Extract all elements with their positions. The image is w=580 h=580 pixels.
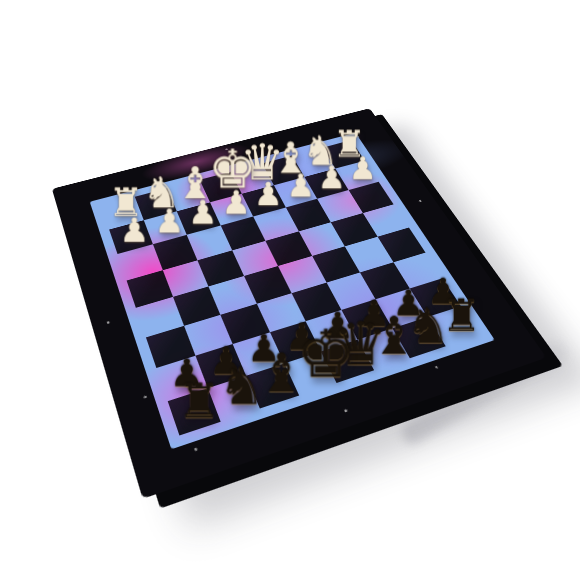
board-grid: ♜♞♝♚♛♝♞♜♟♟♟♟♟♟♟♟♟♟♟♟♟♟♟♟♜♞♝♚♛♝♞♜ bbox=[101, 140, 480, 435]
square-f4[interactable] bbox=[197, 250, 243, 286]
piece-white-pawn[interactable]: ♟ bbox=[151, 205, 186, 238]
piece-white-pawn[interactable]: ♟ bbox=[185, 196, 220, 229]
photo-background: ♜♞♝♚♛♝♞♜♟♟♟♟♟♟♟♟♟♟♟♟♟♟♟♟♜♞♝♚♛♝♞♜ bbox=[0, 0, 580, 580]
piece-white-pawn[interactable]: ♟ bbox=[218, 187, 253, 219]
piece-white-pawn[interactable]: ♟ bbox=[346, 153, 379, 184]
playing-field: ♜♞♝♚♛♝♞♜♟♟♟♟♟♟♟♟♟♟♟♟♟♟♟♟♜♞♝♚♛♝♞♜ bbox=[90, 133, 495, 450]
chess-board: ♜♞♝♚♛♝♞♜♟♟♟♟♟♟♟♟♟♟♟♟♟♟♟♟♜♞♝♚♛♝♞♜ bbox=[52, 108, 547, 499]
piece-white-pawn[interactable]: ♟ bbox=[251, 178, 285, 210]
piece-white-pawn[interactable]: ♟ bbox=[315, 161, 349, 192]
piece-white-pawn[interactable]: ♟ bbox=[283, 169, 317, 201]
board-border: ♜♞♝♚♛♝♞♜♟♟♟♟♟♟♟♟♟♟♟♟♟♟♟♟♜♞♝♚♛♝♞♜ bbox=[52, 108, 547, 499]
piece-black-knight[interactable]: ♞ bbox=[218, 361, 260, 413]
piece-black-rook[interactable]: ♜ bbox=[178, 378, 220, 426]
piece-white-pawn[interactable]: ♟ bbox=[116, 214, 152, 247]
square-h8[interactable]: ♜ bbox=[168, 388, 221, 436]
